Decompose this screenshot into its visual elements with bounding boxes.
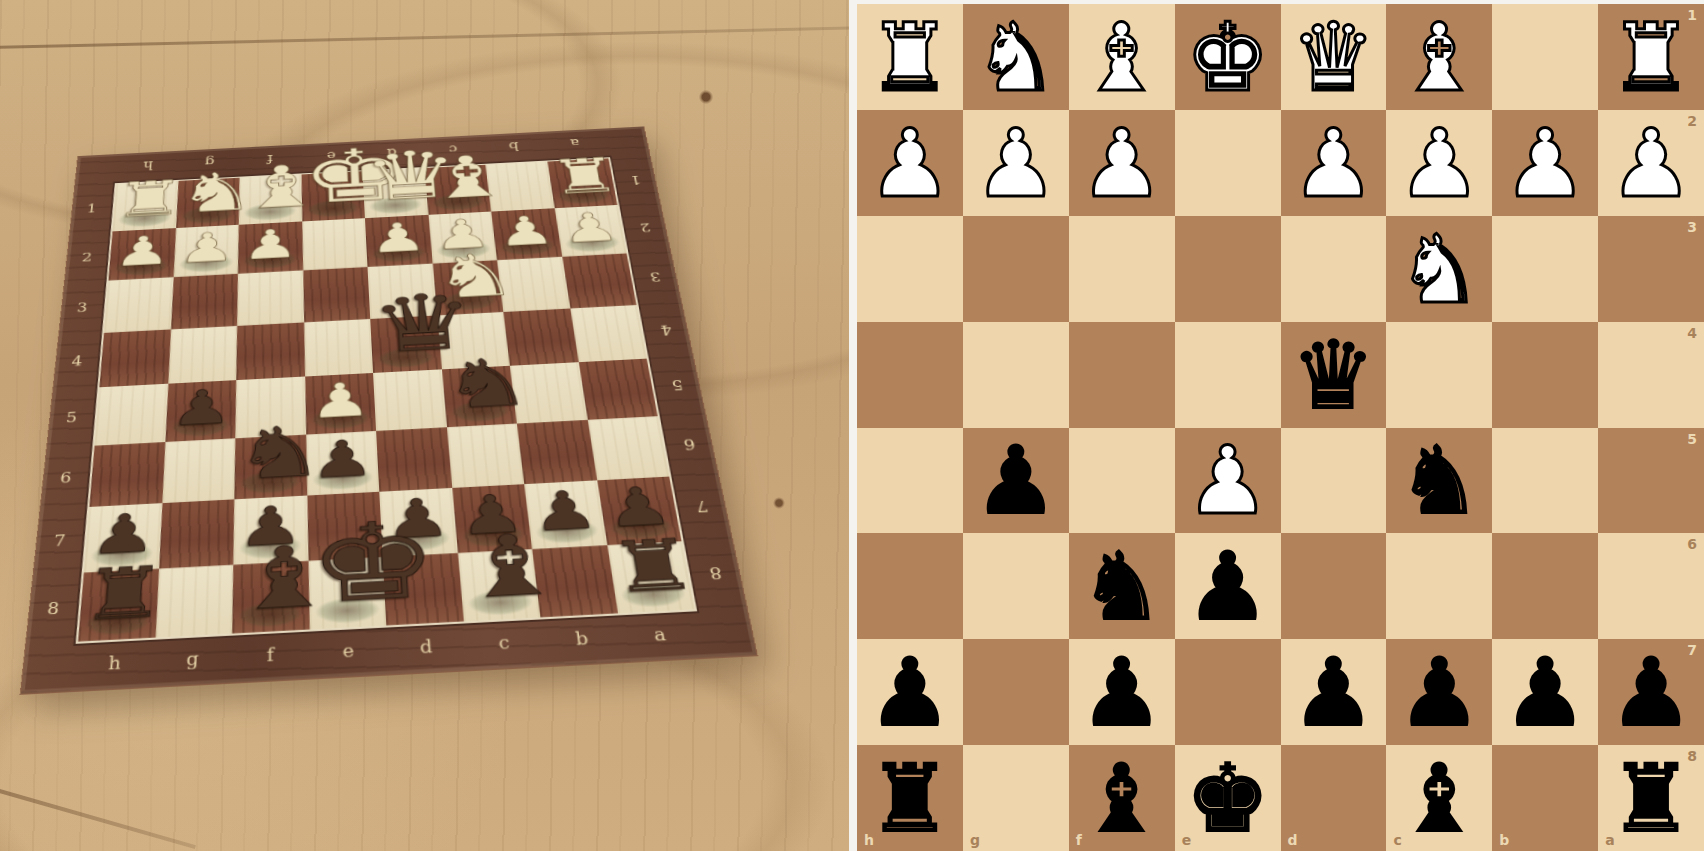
- photo-square-f8: [232, 560, 309, 633]
- photo-square-e6: [306, 431, 380, 496]
- square-c7[interactable]: ♟: [1386, 639, 1492, 745]
- diagram-pane: ♜♞♝♚♛♝♜1♟♟♟♟♟♟♟2♞3♛4♟♟♞5♞♟6♟♟♟♟♟♟7♜hg♝f♚…: [849, 0, 1704, 851]
- file-label-f: f: [1076, 833, 1082, 847]
- photo-square-c8: [457, 549, 540, 622]
- piece-wQ-d1[interactable]: ♛: [1281, 4, 1387, 110]
- piece-bP-e6[interactable]: ♟: [1175, 533, 1281, 639]
- photo-square-h6: [89, 442, 165, 507]
- wooden-chessboard: 1122334455667788hhggffeeddccbbaa ♜♞♝♚♛♝♜…: [36, 36, 709, 709]
- square-a2[interactable]: ♟2: [1598, 110, 1704, 216]
- photo-piece-glyph: ♟: [555, 207, 626, 250]
- photo-rank-label-6-far: 6: [672, 435, 707, 454]
- piece-bN-f6[interactable]: ♞: [1069, 533, 1175, 639]
- photo-square-a3: [562, 253, 637, 308]
- square-d7[interactable]: ♟: [1281, 639, 1387, 745]
- photo-square-h4: [99, 329, 170, 387]
- photo-rank-label-7: 7: [43, 530, 77, 551]
- square-h5[interactable]: [857, 428, 963, 534]
- photo-piece-glyph: ♜: [113, 173, 178, 224]
- square-c1[interactable]: ♝: [1386, 4, 1492, 110]
- square-a4[interactable]: 4: [1598, 322, 1704, 428]
- photo-rank-label-4: 4: [62, 352, 93, 370]
- square-e5[interactable]: ♟: [1175, 428, 1281, 534]
- photo-file-label-c: c: [486, 631, 522, 654]
- square-d3[interactable]: [1281, 216, 1387, 322]
- photo-piece-glyph: ♚: [300, 139, 364, 214]
- piece-wB-f1[interactable]: ♝: [1069, 4, 1175, 110]
- square-g4[interactable]: [963, 322, 1069, 428]
- photo-piece-glyph: ♛: [361, 142, 427, 211]
- square-f5[interactable]: [1069, 428, 1175, 534]
- photo-piece-bQ-d4: ♛: [370, 315, 441, 373]
- photo-piece-wR-h1: ♜: [113, 181, 178, 231]
- piece-wB-c1[interactable]: ♝: [1386, 4, 1492, 110]
- photo-square-a4: [570, 304, 647, 362]
- photo-square-g4: [168, 325, 237, 383]
- photo-piece-wP-h2: ♟: [108, 228, 175, 281]
- photo-piece-wQ-d1: ♛: [362, 168, 428, 218]
- photo-piece-wK-e1: ♚: [301, 171, 365, 221]
- square-c6[interactable]: [1386, 533, 1492, 639]
- piece-wP-g2[interactable]: ♟: [963, 110, 1069, 216]
- square-b2[interactable]: ♟: [1492, 110, 1598, 216]
- rank-label-4: 4: [1687, 326, 1697, 340]
- table-plank-seam: [0, 26, 849, 50]
- photo-square-a7: [597, 476, 682, 544]
- square-f7[interactable]: ♟: [1069, 639, 1175, 745]
- photo-square-b7: [524, 480, 607, 548]
- photo-square-e3: [303, 267, 370, 322]
- photo-rank-label-8: 8: [36, 597, 71, 619]
- photo-piece-glyph: ♟: [174, 226, 239, 269]
- photo-square-h5: [95, 384, 168, 446]
- photo-square-a6: [587, 416, 669, 480]
- file-label-g: g: [970, 833, 980, 847]
- photo-file-label-g: g: [175, 647, 210, 670]
- photo-rank-label-3: 3: [67, 299, 97, 316]
- rank-label-8: 8: [1687, 749, 1697, 763]
- photo-square-a5: [578, 359, 657, 420]
- file-label-h: h: [864, 833, 874, 847]
- photo-piece-wB-f1: ♝: [239, 175, 302, 225]
- rank-label-2: 2: [1687, 114, 1697, 128]
- piece-wP-c2[interactable]: ♟: [1386, 110, 1492, 216]
- square-g8[interactable]: g: [963, 745, 1069, 851]
- square-e2[interactable]: [1175, 110, 1281, 216]
- photo-rank-label-1-far: 1: [621, 173, 651, 188]
- square-h1[interactable]: ♜: [857, 4, 963, 110]
- file-label-d: d: [1288, 833, 1298, 847]
- piece-bQ-d4[interactable]: ♛: [1281, 322, 1387, 428]
- piece-wN-c3[interactable]: ♞: [1386, 216, 1492, 322]
- square-a6[interactable]: 6: [1598, 533, 1704, 639]
- photo-file-label-f: f: [253, 643, 287, 666]
- square-h6[interactable]: [857, 533, 963, 639]
- square-e8[interactable]: ♚e: [1175, 745, 1281, 851]
- photo-board-pieces: ♜♞♝♚♛♝♜♟♟♟♟♟♟♟♞♛♟♟♞♞♟♟♟♟♟♟♟♜♝♚♝♜: [78, 127, 643, 157]
- photo-square-d8: [383, 553, 464, 626]
- square-a8[interactable]: ♜8a: [1598, 745, 1704, 851]
- photo-square-f7: [233, 495, 308, 564]
- file-label-b: b: [1499, 833, 1509, 847]
- rank-label-6: 6: [1687, 537, 1697, 551]
- square-f4[interactable]: [1069, 322, 1175, 428]
- file-label-e: e: [1182, 833, 1192, 847]
- square-g7[interactable]: [963, 639, 1069, 745]
- photo-square-d7: [379, 488, 457, 557]
- piece-wP-d2[interactable]: ♟: [1281, 110, 1387, 216]
- photo-square-e8: [308, 557, 386, 630]
- square-e7[interactable]: [1175, 639, 1281, 745]
- piece-bP-g5[interactable]: ♟: [963, 428, 1069, 534]
- piece-bP-c7[interactable]: ♟: [1386, 639, 1492, 745]
- screenshot: 1122334455667788hhggffeeddccbbaa ♜♞♝♚♛♝♜…: [0, 0, 1704, 851]
- piece-wR-h1[interactable]: ♜: [857, 4, 963, 110]
- square-g3[interactable]: [963, 216, 1069, 322]
- square-c3[interactable]: ♞: [1386, 216, 1492, 322]
- photo-rank-label-5-far: 5: [661, 376, 695, 394]
- photo-rank-label-8-far: 8: [697, 562, 734, 584]
- square-a7[interactable]: ♟7: [1598, 639, 1704, 745]
- square-b3[interactable]: [1492, 216, 1598, 322]
- square-f8[interactable]: ♝f: [1069, 745, 1175, 851]
- photo-square-e4: [304, 318, 373, 376]
- square-h2[interactable]: ♟: [857, 110, 963, 216]
- square-g6[interactable]: [963, 533, 1069, 639]
- piece-bB-f8[interactable]: ♝: [1069, 745, 1175, 851]
- square-h7[interactable]: ♟: [857, 639, 963, 745]
- piece-wP-h2[interactable]: ♟: [857, 110, 963, 216]
- photo-square-h7: [84, 503, 162, 572]
- photo-file-label-e: e: [331, 639, 366, 662]
- piece-wN-g1[interactable]: ♞: [963, 4, 1069, 110]
- photo-rank-label-7-far: 7: [684, 496, 720, 516]
- photo-file-label-a: a: [641, 623, 679, 646]
- photo-rank-label-5: 5: [56, 408, 88, 427]
- piece-bB-c8[interactable]: ♝: [1386, 745, 1492, 851]
- piece-wP-b2[interactable]: ♟: [1492, 110, 1598, 216]
- file-label-c: c: [1393, 833, 1401, 847]
- square-h8[interactable]: ♜h: [857, 745, 963, 851]
- photo-square-g7: [159, 499, 235, 568]
- photo-rank-label-6: 6: [49, 467, 82, 487]
- rank-label-1: 1: [1687, 8, 1697, 22]
- square-d2[interactable]: ♟: [1281, 110, 1387, 216]
- photo-square-f3: [237, 270, 304, 325]
- piece-bN-c5[interactable]: ♞: [1386, 428, 1492, 534]
- square-f3[interactable]: [1069, 216, 1175, 322]
- photo-piece-glyph: ♟: [238, 223, 303, 266]
- piece-bP-d7[interactable]: ♟: [1281, 639, 1387, 745]
- photo-piece-wP-a2: ♟: [554, 205, 626, 257]
- square-h4[interactable]: [857, 322, 963, 428]
- photo-square-a8: [607, 541, 695, 613]
- photo-square-e7: [307, 492, 383, 561]
- square-e3[interactable]: [1175, 216, 1281, 322]
- piece-bP-h7[interactable]: ♟: [857, 639, 963, 745]
- square-b5[interactable]: [1492, 428, 1598, 534]
- photo-square-d6: [376, 427, 452, 492]
- photo-piece-wN-g1: ♞: [176, 178, 240, 228]
- photo-square-b8: [532, 545, 617, 618]
- square-d5[interactable]: [1281, 428, 1387, 534]
- photo-piece-glyph: ♝: [239, 157, 302, 217]
- square-c5[interactable]: ♞: [1386, 428, 1492, 534]
- photo-piece-glyph: ♛: [369, 285, 441, 365]
- square-c8[interactable]: ♝c: [1386, 745, 1492, 851]
- photo-piece-glyph: ♝: [422, 148, 490, 208]
- square-d1[interactable]: ♛: [1281, 4, 1387, 110]
- photo-square-h8: [78, 568, 159, 641]
- rank-label-7: 7: [1687, 643, 1697, 657]
- photo-piece-wR-a1: ♜: [547, 159, 617, 208]
- square-g5[interactable]: ♟: [963, 428, 1069, 534]
- photo-rank-label-1: 1: [77, 201, 106, 216]
- photo-piece-glyph: ♟: [365, 217, 432, 260]
- square-g2[interactable]: ♟: [963, 110, 1069, 216]
- square-b7[interactable]: ♟: [1492, 639, 1598, 745]
- square-f1[interactable]: ♝: [1069, 4, 1175, 110]
- piece-wP-f2[interactable]: ♟: [1069, 110, 1175, 216]
- square-e6[interactable]: ♟: [1175, 533, 1281, 639]
- square-a5[interactable]: 5: [1598, 428, 1704, 534]
- square-a3[interactable]: 3: [1598, 216, 1704, 322]
- square-g1[interactable]: ♞: [963, 4, 1069, 110]
- square-b1[interactable]: [1492, 4, 1598, 110]
- photo-piece-glyph: ♜: [546, 151, 616, 201]
- photo-piece-wP-g2: ♟: [173, 225, 239, 278]
- square-b8[interactable]: b: [1492, 745, 1598, 851]
- square-d8[interactable]: d: [1281, 745, 1387, 851]
- photo-square-d5: [373, 369, 446, 430]
- square-f2[interactable]: ♟: [1069, 110, 1175, 216]
- square-a1[interactable]: ♜1: [1598, 4, 1704, 110]
- square-b6[interactable]: [1492, 533, 1598, 639]
- photo-square-g3: [171, 274, 238, 329]
- piece-wK-e1[interactable]: ♚: [1175, 4, 1281, 110]
- photo-rank-label-2: 2: [72, 249, 101, 265]
- rank-label-5: 5: [1687, 432, 1697, 446]
- photo-square-g8: [155, 564, 233, 637]
- photo-rank-label-3-far: 3: [639, 269, 671, 285]
- square-d6[interactable]: [1281, 533, 1387, 639]
- piece-bP-b7[interactable]: ♟: [1492, 639, 1598, 745]
- photo-file-label-d: d: [408, 635, 444, 658]
- square-h3[interactable]: [857, 216, 963, 322]
- photo-piece-wP-d2: ♟: [365, 215, 432, 267]
- photo-square-f6: [234, 434, 306, 499]
- photo-square-h3: [104, 277, 173, 332]
- table-plank-seam: [0, 779, 196, 849]
- piece-bP-f7[interactable]: ♟: [1069, 639, 1175, 745]
- square-c4[interactable]: [1386, 322, 1492, 428]
- photo-rank-label-2-far: 2: [630, 219, 661, 235]
- piece-wP-e5[interactable]: ♟: [1175, 428, 1281, 534]
- photo-square-c7: [452, 484, 532, 553]
- photo-square-b6: [517, 420, 597, 485]
- photo-piece-wB-c1: ♝: [424, 165, 491, 215]
- photo-piece-glyph: ♞: [176, 165, 240, 221]
- square-c2[interactable]: ♟: [1386, 110, 1492, 216]
- rank-label-3: 3: [1687, 220, 1697, 234]
- photo-board-3d: 1122334455667788hhggffeeddccbbaa ♜♞♝♚♛♝♜…: [20, 126, 758, 695]
- square-f6[interactable]: ♞: [1069, 533, 1175, 639]
- square-e4[interactable]: [1175, 322, 1281, 428]
- file-label-a: a: [1605, 833, 1614, 847]
- square-b4[interactable]: [1492, 322, 1598, 428]
- diagram-board: ♜♞♝♚♛♝♜1♟♟♟♟♟♟♟2♞3♛4♟♟♞5♞♟6♟♟♟♟♟♟7♜hg♝f♚…: [857, 4, 1704, 851]
- photo-pane: 1122334455667788hhggffeeddccbbaa ♜♞♝♚♛♝♜…: [0, 0, 849, 851]
- photo-piece-glyph: ♟: [109, 230, 176, 273]
- photo-square-g6: [162, 438, 235, 503]
- photo-file-label-h: h: [97, 651, 133, 674]
- square-d4[interactable]: ♛: [1281, 322, 1387, 428]
- square-e1[interactable]: ♚: [1175, 4, 1281, 110]
- photo-square-c6: [446, 423, 524, 488]
- photo-rank-label-4-far: 4: [650, 321, 683, 338]
- photo-square-e2: [302, 218, 368, 270]
- photo-file-label-b: b: [563, 627, 600, 650]
- photo-piece-wP-f2: ♟: [238, 221, 303, 273]
- photo-square-f4: [236, 322, 304, 380]
